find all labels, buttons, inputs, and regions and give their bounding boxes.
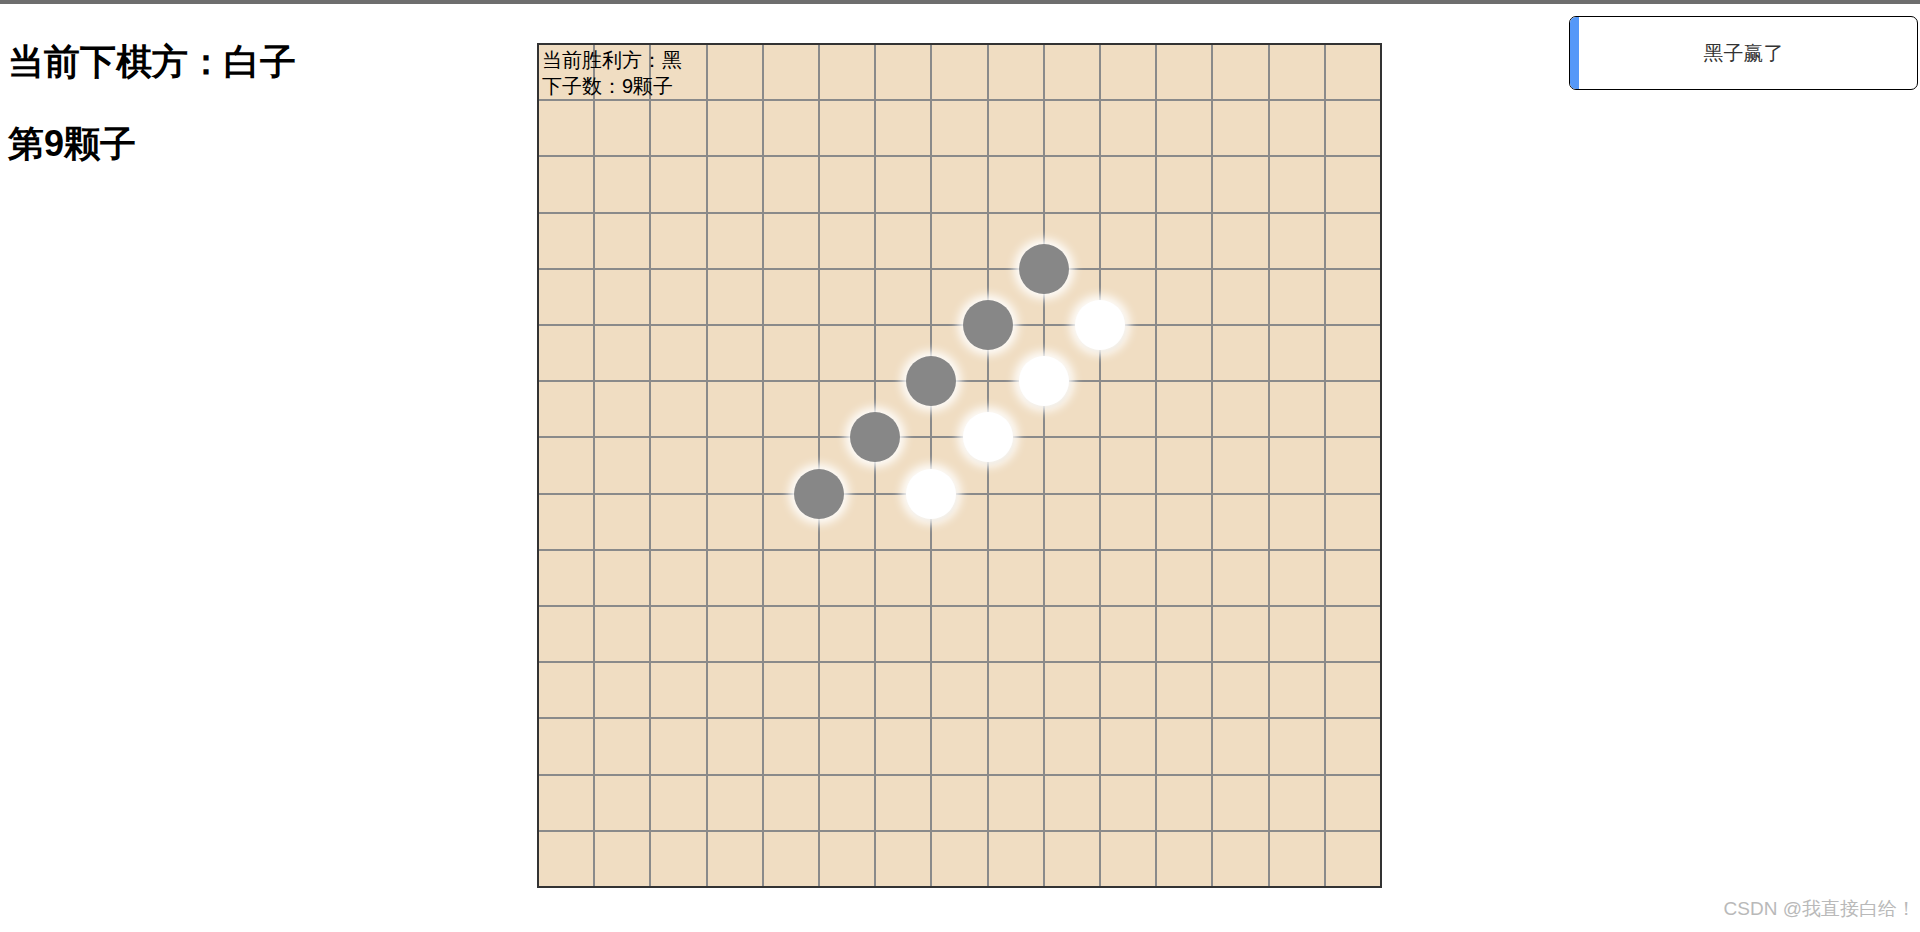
board-cell[interactable]	[651, 719, 705, 773]
board-cell[interactable]	[764, 382, 818, 436]
board-cell[interactable]	[876, 270, 930, 324]
white-stone	[906, 469, 956, 519]
board-cell[interactable]	[932, 551, 986, 605]
board-cell[interactable]	[932, 607, 986, 661]
white-stone	[1019, 356, 1069, 406]
board-cell[interactable]	[539, 495, 593, 549]
board-cell[interactable]	[595, 607, 649, 661]
board-cell[interactable]	[708, 719, 762, 773]
board-cell[interactable]	[1157, 326, 1211, 380]
board-cell[interactable]	[1101, 832, 1155, 886]
board-cell[interactable]	[876, 607, 930, 661]
board-cell[interactable]	[989, 776, 1043, 830]
board-cell[interactable]	[1157, 719, 1211, 773]
board-cell[interactable]	[1213, 101, 1267, 155]
board-cell[interactable]	[876, 551, 930, 605]
board-cell[interactable]	[539, 551, 593, 605]
board-cell[interactable]	[989, 719, 1043, 773]
board-cell[interactable]	[1045, 832, 1099, 886]
board-cell[interactable]	[1326, 45, 1380, 99]
board-cell[interactable]	[595, 663, 649, 717]
board-cell[interactable]	[595, 719, 649, 773]
board-cell[interactable]	[820, 270, 874, 324]
board-cell[interactable]	[539, 663, 593, 717]
board-cell[interactable]	[1213, 382, 1267, 436]
winner-alert: 黑子赢了	[1569, 16, 1918, 90]
csdn-watermark: CSDN @我直接白给！	[1724, 896, 1916, 922]
board-cell[interactable]	[1213, 551, 1267, 605]
board-cell[interactable]	[595, 214, 649, 268]
board-cell[interactable]	[1270, 832, 1324, 886]
board-cell[interactable]	[1326, 495, 1380, 549]
board-cell[interactable]	[651, 382, 705, 436]
board-cell[interactable]	[708, 776, 762, 830]
board-cell[interactable]	[820, 157, 874, 211]
board-status-overlay: 当前胜利方：黑 下子数：9颗子	[542, 47, 682, 99]
board-cell[interactable]	[1101, 607, 1155, 661]
board-cell[interactable]	[595, 101, 649, 155]
board-cell[interactable]	[820, 607, 874, 661]
board-winner-text: 当前胜利方：黑	[542, 47, 682, 73]
board-cell[interactable]	[764, 719, 818, 773]
board-cell[interactable]	[876, 101, 930, 155]
board-cell[interactable]	[1101, 495, 1155, 549]
board-cell[interactable]	[1213, 607, 1267, 661]
board-cell[interactable]	[1157, 45, 1211, 99]
board-cell[interactable]	[708, 101, 762, 155]
board-cell[interactable]	[764, 663, 818, 717]
board-cell[interactable]	[651, 438, 705, 492]
board-cell[interactable]	[651, 495, 705, 549]
board-cell[interactable]	[1101, 382, 1155, 436]
board-cell[interactable]	[764, 270, 818, 324]
board-cell[interactable]	[651, 832, 705, 886]
board-cell[interactable]	[595, 157, 649, 211]
board-cell[interactable]	[876, 776, 930, 830]
board-cell[interactable]	[1270, 495, 1324, 549]
board-cell[interactable]	[539, 382, 593, 436]
board-cell[interactable]	[651, 551, 705, 605]
board-cell[interactable]	[1326, 382, 1380, 436]
board-cell[interactable]	[764, 157, 818, 211]
board-cell[interactable]	[651, 326, 705, 380]
board-cell[interactable]	[595, 438, 649, 492]
black-stone	[1019, 244, 1069, 294]
board-cell[interactable]	[1213, 270, 1267, 324]
board-cell[interactable]	[764, 551, 818, 605]
board-cell[interactable]	[989, 607, 1043, 661]
board-cell[interactable]	[1157, 382, 1211, 436]
board-cell[interactable]	[932, 776, 986, 830]
board-cell[interactable]	[651, 663, 705, 717]
winner-alert-text: 黑子赢了	[1704, 40, 1784, 67]
move-number-heading: 第9颗子	[8, 122, 136, 165]
board-cell[interactable]	[1270, 45, 1324, 99]
board-cell[interactable]	[1157, 551, 1211, 605]
board-cell[interactable]	[539, 157, 593, 211]
board-cell[interactable]	[1270, 776, 1324, 830]
board-cell[interactable]	[595, 776, 649, 830]
board-cell[interactable]	[1270, 551, 1324, 605]
board-cell[interactable]	[539, 326, 593, 380]
board-cell[interactable]	[651, 776, 705, 830]
board-cell[interactable]	[1270, 157, 1324, 211]
board-cell[interactable]	[820, 326, 874, 380]
board-cell[interactable]	[764, 101, 818, 155]
board-cell[interactable]	[708, 214, 762, 268]
board-cell[interactable]	[1157, 776, 1211, 830]
board-cell[interactable]	[876, 832, 930, 886]
board-cell[interactable]	[539, 438, 593, 492]
board-cell[interactable]	[1101, 719, 1155, 773]
board-cell[interactable]	[820, 101, 874, 155]
board-cell[interactable]	[595, 551, 649, 605]
board-cell[interactable]	[708, 832, 762, 886]
board-cell[interactable]	[876, 45, 930, 99]
board-cell[interactable]	[1270, 438, 1324, 492]
board-cell[interactable]	[708, 607, 762, 661]
board-cell[interactable]	[1157, 438, 1211, 492]
board-cell[interactable]	[989, 551, 1043, 605]
board-cell[interactable]	[820, 719, 874, 773]
board-cell[interactable]	[708, 326, 762, 380]
board-cell[interactable]	[1045, 438, 1099, 492]
board-cell[interactable]	[1326, 607, 1380, 661]
board-cell[interactable]	[932, 214, 986, 268]
board-cell[interactable]	[1157, 214, 1211, 268]
board-cell[interactable]	[1213, 832, 1267, 886]
board-cell[interactable]	[989, 157, 1043, 211]
board-cell[interactable]	[1045, 719, 1099, 773]
board-cell[interactable]	[1101, 776, 1155, 830]
board-cell[interactable]	[1326, 438, 1380, 492]
board-cell[interactable]	[932, 832, 986, 886]
board-stone-count-text: 下子数：9颗子	[542, 73, 682, 99]
board-cell[interactable]	[708, 45, 762, 99]
board-cell[interactable]	[539, 832, 593, 886]
board-cell[interactable]	[1326, 101, 1380, 155]
board-cell[interactable]	[820, 45, 874, 99]
board-cell[interactable]	[932, 101, 986, 155]
board-cell[interactable]	[1157, 832, 1211, 886]
board-cell[interactable]	[1213, 45, 1267, 99]
board-cell[interactable]	[876, 663, 930, 717]
board-cell[interactable]	[1045, 495, 1099, 549]
board-cell[interactable]	[1157, 270, 1211, 324]
board-cell[interactable]	[1045, 45, 1099, 99]
page: 当前下棋方：白子 第9颗子 当前胜利方：黑 下子数：9颗子 黑子赢了 CSDN …	[0, 0, 1920, 932]
board-cell[interactable]	[1213, 326, 1267, 380]
board-cell[interactable]	[1270, 607, 1324, 661]
board-cell[interactable]	[1270, 270, 1324, 324]
board-cell[interactable]	[932, 157, 986, 211]
board-cell[interactable]	[932, 719, 986, 773]
board-cell[interactable]	[708, 270, 762, 324]
board-cell[interactable]	[1270, 214, 1324, 268]
board-cell[interactable]	[876, 214, 930, 268]
board-cell[interactable]	[989, 832, 1043, 886]
board-cell[interactable]	[651, 157, 705, 211]
board-cell[interactable]	[764, 832, 818, 886]
board-cell[interactable]	[1326, 157, 1380, 211]
board-cell[interactable]	[595, 326, 649, 380]
board-cell[interactable]	[1270, 663, 1324, 717]
board-cell[interactable]	[1157, 607, 1211, 661]
black-stone	[963, 300, 1013, 350]
board-cell[interactable]	[989, 101, 1043, 155]
board-cell[interactable]	[1101, 157, 1155, 211]
board-cell[interactable]	[764, 326, 818, 380]
black-stone	[794, 469, 844, 519]
board-cell[interactable]	[1270, 382, 1324, 436]
board-cell[interactable]	[1101, 663, 1155, 717]
board-cell[interactable]	[595, 270, 649, 324]
board-cell[interactable]	[989, 663, 1043, 717]
board-cell[interactable]	[1045, 157, 1099, 211]
board-cell[interactable]	[1045, 607, 1099, 661]
board-cell[interactable]	[1157, 495, 1211, 549]
board-cell[interactable]	[1101, 551, 1155, 605]
board-cell[interactable]	[1045, 101, 1099, 155]
board-cell[interactable]	[708, 438, 762, 492]
board-cell[interactable]	[1326, 326, 1380, 380]
board-cell[interactable]	[1270, 719, 1324, 773]
board-cell[interactable]	[539, 776, 593, 830]
board-cell[interactable]	[1101, 101, 1155, 155]
board-cell[interactable]	[989, 45, 1043, 99]
board-cell[interactable]	[1270, 101, 1324, 155]
board-cell[interactable]	[1101, 214, 1155, 268]
board-cell[interactable]	[1213, 719, 1267, 773]
board-cell[interactable]	[1213, 495, 1267, 549]
board-cell[interactable]	[1326, 551, 1380, 605]
board-cell[interactable]	[989, 495, 1043, 549]
board-cell[interactable]	[595, 382, 649, 436]
board-cell[interactable]	[708, 551, 762, 605]
board-cell[interactable]	[932, 663, 986, 717]
board-cell[interactable]	[820, 832, 874, 886]
board-cell[interactable]	[1101, 45, 1155, 99]
board-cell[interactable]	[1326, 832, 1380, 886]
board-cell[interactable]	[1326, 270, 1380, 324]
board-cell[interactable]	[595, 832, 649, 886]
board-cell[interactable]	[764, 776, 818, 830]
board-cell[interactable]	[1213, 214, 1267, 268]
board-cell[interactable]	[651, 214, 705, 268]
board-cell[interactable]	[1270, 326, 1324, 380]
board-cell[interactable]	[539, 607, 593, 661]
gomoku-board[interactable]: 当前胜利方：黑 下子数：9颗子	[537, 43, 1382, 888]
board-cell[interactable]	[1326, 719, 1380, 773]
board-cell[interactable]	[876, 719, 930, 773]
board-cell[interactable]	[1157, 101, 1211, 155]
board-cell[interactable]	[708, 382, 762, 436]
board-cell[interactable]	[932, 45, 986, 99]
board-cell[interactable]	[764, 214, 818, 268]
board-cell[interactable]	[651, 101, 705, 155]
top-border-bar	[0, 0, 1920, 4]
board-cell[interactable]	[820, 663, 874, 717]
board-cell[interactable]	[539, 214, 593, 268]
board-cell[interactable]	[708, 157, 762, 211]
board-cell[interactable]	[1101, 438, 1155, 492]
board-cell[interactable]	[764, 45, 818, 99]
board-cell[interactable]	[651, 607, 705, 661]
board-cell[interactable]	[539, 270, 593, 324]
board-cell[interactable]	[1045, 776, 1099, 830]
board-cell[interactable]	[1326, 776, 1380, 830]
board-cell[interactable]	[1213, 776, 1267, 830]
board-cell[interactable]	[1326, 214, 1380, 268]
board-cell[interactable]	[1213, 663, 1267, 717]
board-cell[interactable]	[764, 607, 818, 661]
board-cell[interactable]	[820, 776, 874, 830]
board-cell[interactable]	[651, 270, 705, 324]
board-cell[interactable]	[1326, 663, 1380, 717]
white-stone	[1075, 300, 1125, 350]
white-stone	[963, 412, 1013, 462]
board-cell[interactable]	[539, 719, 593, 773]
board-cell[interactable]	[1213, 438, 1267, 492]
board-cell[interactable]	[820, 551, 874, 605]
board-cell[interactable]	[595, 495, 649, 549]
board-cell[interactable]	[1045, 551, 1099, 605]
current-player-heading: 当前下棋方：白子	[8, 40, 296, 83]
board-cell[interactable]	[820, 214, 874, 268]
board-cell[interactable]	[708, 495, 762, 549]
board-cell[interactable]	[1045, 663, 1099, 717]
board-cell[interactable]	[1157, 663, 1211, 717]
board-cell[interactable]	[876, 157, 930, 211]
board-cell[interactable]	[1157, 157, 1211, 211]
board-cell[interactable]	[1213, 157, 1267, 211]
board-cell[interactable]	[539, 101, 593, 155]
board-cell[interactable]	[708, 663, 762, 717]
